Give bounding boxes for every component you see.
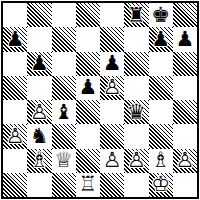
- square-g7[interactable]: ♟: [149, 27, 173, 51]
- white-bishop: ♗: [27, 149, 51, 173]
- square-g6[interactable]: [149, 52, 173, 76]
- white-pawn: ♙: [3, 124, 27, 148]
- white-queen: ♕: [52, 149, 76, 173]
- square-d5[interactable]: ♟: [76, 76, 100, 100]
- square-e8[interactable]: [100, 3, 124, 27]
- white-pawn: ♙: [173, 149, 197, 173]
- square-b5[interactable]: [27, 76, 51, 100]
- square-a8[interactable]: [3, 3, 27, 27]
- square-c3[interactable]: [52, 124, 76, 148]
- square-e7[interactable]: [100, 27, 124, 51]
- square-g2[interactable]: ♝♗: [149, 149, 173, 173]
- square-e1[interactable]: [100, 173, 124, 197]
- square-c1[interactable]: [52, 173, 76, 197]
- square-b4[interactable]: ♟♙: [27, 100, 51, 124]
- square-f7[interactable]: [124, 27, 148, 51]
- square-a1[interactable]: [3, 173, 27, 197]
- square-e2[interactable]: ♟♙: [100, 149, 124, 173]
- square-b3[interactable]: ♞: [27, 124, 51, 148]
- chess-diagram: ♜♚♟♟♟♟♟♟♟♙♟♙♝♛♟♙♞♝♗♛♕♟♙♟♙♝♗♟♙♜♖♚♔: [0, 0, 200, 200]
- square-e5[interactable]: ♟♙: [100, 76, 124, 100]
- square-g1[interactable]: ♚♔: [149, 173, 173, 197]
- square-a4[interactable]: [3, 100, 27, 124]
- square-a6[interactable]: [3, 52, 27, 76]
- square-h3[interactable]: [173, 124, 197, 148]
- square-f1[interactable]: [124, 173, 148, 197]
- square-a3[interactable]: ♟♙: [3, 124, 27, 148]
- square-c5[interactable]: [52, 76, 76, 100]
- square-f5[interactable]: [124, 76, 148, 100]
- square-f6[interactable]: [124, 52, 148, 76]
- square-f4[interactable]: ♛: [124, 100, 148, 124]
- square-d8[interactable]: [76, 3, 100, 27]
- square-f3[interactable]: [124, 124, 148, 148]
- square-g5[interactable]: [149, 76, 173, 100]
- square-g4[interactable]: [149, 100, 173, 124]
- square-b2[interactable]: ♝♗: [27, 149, 51, 173]
- square-d7[interactable]: [76, 27, 100, 51]
- square-h5[interactable]: [173, 76, 197, 100]
- square-h2[interactable]: ♟♙: [173, 149, 197, 173]
- black-pawn: ♟: [149, 27, 173, 51]
- square-d2[interactable]: [76, 149, 100, 173]
- square-d3[interactable]: [76, 124, 100, 148]
- square-e6[interactable]: ♟: [100, 52, 124, 76]
- square-h6[interactable]: [173, 52, 197, 76]
- square-e4[interactable]: [100, 100, 124, 124]
- square-a2[interactable]: [3, 149, 27, 173]
- black-queen: ♛: [124, 100, 148, 124]
- square-b8[interactable]: [27, 3, 51, 27]
- square-g8[interactable]: ♚: [149, 3, 173, 27]
- white-pawn: ♙: [124, 149, 148, 173]
- black-king: ♚: [149, 3, 173, 27]
- white-pawn: ♙: [100, 76, 124, 100]
- square-h8[interactable]: [173, 3, 197, 27]
- black-knight: ♞: [27, 124, 51, 148]
- square-f8[interactable]: ♜: [124, 3, 148, 27]
- square-c7[interactable]: [52, 27, 76, 51]
- square-c6[interactable]: [52, 52, 76, 76]
- black-pawn: ♟: [173, 27, 197, 51]
- black-pawn: ♟: [3, 27, 27, 51]
- square-d1[interactable]: ♜♖: [76, 173, 100, 197]
- black-bishop: ♝: [52, 100, 76, 124]
- white-rook: ♖: [76, 173, 100, 197]
- black-pawn: ♟: [100, 52, 124, 76]
- square-c4[interactable]: ♝: [52, 100, 76, 124]
- square-d6[interactable]: [76, 52, 100, 76]
- square-a5[interactable]: [3, 76, 27, 100]
- square-e3[interactable]: [100, 124, 124, 148]
- square-b1[interactable]: [27, 173, 51, 197]
- square-c8[interactable]: [52, 3, 76, 27]
- square-a7[interactable]: ♟: [3, 27, 27, 51]
- square-h1[interactable]: [173, 173, 197, 197]
- square-h7[interactable]: ♟: [173, 27, 197, 51]
- white-pawn: ♙: [27, 100, 51, 124]
- square-c2[interactable]: ♛♕: [52, 149, 76, 173]
- black-pawn: ♟: [76, 76, 100, 100]
- square-g3[interactable]: [149, 124, 173, 148]
- black-pawn: ♟: [27, 52, 51, 76]
- white-king: ♔: [149, 173, 173, 197]
- square-h4[interactable]: [173, 100, 197, 124]
- black-rook: ♜: [124, 3, 148, 27]
- square-f2[interactable]: ♟♙: [124, 149, 148, 173]
- white-bishop: ♗: [149, 149, 173, 173]
- chess-board: ♜♚♟♟♟♟♟♟♟♙♟♙♝♛♟♙♞♝♗♛♕♟♙♟♙♝♗♟♙♜♖♚♔: [1, 1, 199, 199]
- square-b7[interactable]: [27, 27, 51, 51]
- square-d4[interactable]: [76, 100, 100, 124]
- white-pawn: ♙: [100, 149, 124, 173]
- square-b6[interactable]: ♟: [27, 52, 51, 76]
